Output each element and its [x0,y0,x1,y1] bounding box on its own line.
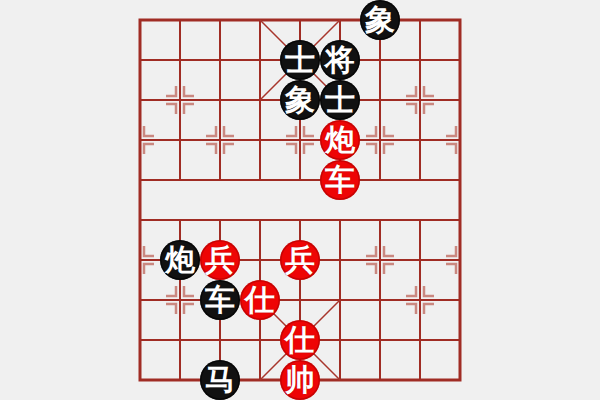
piece-red-pawn-1[interactable]: 兵 [200,240,240,280]
piece-red-chariot[interactable]: 车 [320,160,360,200]
piece-black-elephant-2[interactable]: 象 [280,80,320,120]
board-grid[interactable]: 象士将象士炮车炮兵兵车仕仕马帅 [120,0,480,400]
piece-black-elephant-1[interactable]: 象 [360,0,400,40]
piece-red-pawn-2[interactable]: 兵 [280,240,320,280]
piece-black-chariot[interactable]: 车 [200,280,240,320]
piece-black-cannon[interactable]: 炮 [160,240,200,280]
piece-red-advisor-1[interactable]: 仕 [240,280,280,320]
piece-black-advisor-1[interactable]: 士 [280,40,320,80]
piece-black-general[interactable]: 将 [320,40,360,80]
piece-red-general[interactable]: 帅 [280,360,320,400]
piece-red-advisor-2[interactable]: 仕 [280,320,320,360]
piece-black-horse[interactable]: 马 [200,360,240,400]
piece-red-cannon[interactable]: 炮 [320,120,360,160]
xiangqi-board-screen: 象士将象士炮车炮兵兵车仕仕马帅 [0,0,600,400]
piece-black-advisor-2[interactable]: 士 [320,80,360,120]
